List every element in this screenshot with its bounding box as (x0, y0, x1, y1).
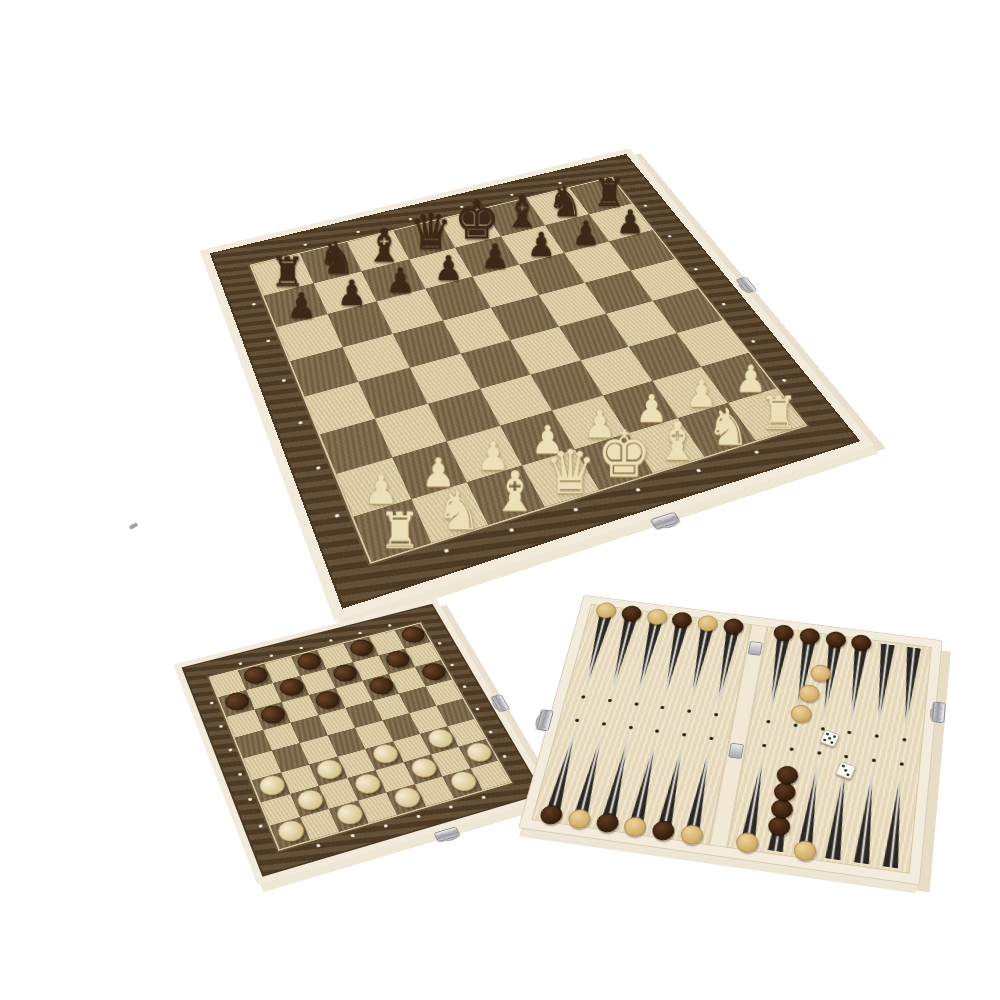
product-photo-stage: ♜♞♝♛♚♝♞♜♟♟♟♟♟♟♟♟♟♟♟♟♟♟♟♟♜♞♝♛♚♝♞♜ (0, 0, 1000, 1000)
backgammon-checker-dark[interactable] (650, 820, 676, 842)
point-dot (581, 696, 585, 700)
chess-piece-pawn-dark[interactable]: ♟ (616, 208, 644, 237)
frame-pin (443, 549, 449, 553)
frame-pin (695, 469, 701, 473)
backgammon-case (518, 595, 943, 885)
frame-pin (239, 662, 243, 665)
frame-pin (475, 707, 480, 710)
checkers-frame (182, 604, 544, 877)
frame-pin (754, 450, 760, 454)
backgammon-scene (515, 565, 965, 895)
frame-pin (329, 639, 333, 642)
chess-piece-pawn-dark[interactable]: ♟ (286, 290, 316, 322)
frame-pin (750, 340, 755, 343)
frame-pin (721, 303, 726, 306)
point-dot (844, 754, 848, 758)
chess-square[interactable]: ♜ (353, 499, 430, 562)
checkers-scene (160, 578, 550, 878)
point-dot (682, 733, 686, 737)
backgammon-checker-dark[interactable] (773, 624, 796, 642)
chess-piece-queen-light[interactable]: ♛ (544, 445, 596, 500)
chess-piece-pawn-dark[interactable]: ♟ (572, 219, 600, 249)
frame-pin (228, 748, 232, 751)
point-dot (714, 713, 718, 717)
backgammon-checker-tan[interactable] (696, 614, 719, 632)
frame-pin (266, 340, 271, 343)
checkers-board (173, 598, 553, 885)
frame-pin (303, 243, 307, 246)
checkers-square[interactable] (226, 710, 262, 738)
point-dot (608, 699, 612, 703)
checkers-square[interactable] (414, 776, 454, 806)
point-dot (793, 724, 797, 728)
frame-pin (356, 230, 360, 233)
clasp-latch (932, 702, 946, 724)
backgammon-checker-tan[interactable] (792, 839, 817, 862)
frame-pin (252, 303, 256, 306)
point-dot (847, 731, 851, 735)
backgammon-checker-dark[interactable] (671, 611, 694, 629)
point-dot (709, 736, 713, 740)
chess-scene: ♜♞♝♛♚♝♞♜♟♟♟♟♟♟♟♟♟♟♟♟♟♟♟♟♜♞♝♛♚♝♞♜ (150, 55, 870, 625)
frame-pin (299, 647, 303, 650)
point-dot (687, 710, 691, 714)
frame-pin (438, 642, 442, 645)
checker-man-light[interactable] (391, 785, 424, 811)
checker-man-dark[interactable] (419, 661, 450, 683)
die[interactable] (819, 729, 840, 747)
checker-man-light[interactable] (463, 740, 496, 764)
frame-pin (509, 528, 515, 532)
point-dot (790, 747, 794, 751)
chess-piece-bishop-light[interactable]: ♝ (654, 418, 700, 466)
point-dot (817, 751, 821, 755)
backgammon-checker-dark[interactable] (824, 630, 846, 649)
frame-pin (316, 844, 321, 848)
frame-pin (383, 824, 388, 828)
chess-piece-king-light[interactable]: ♚ (596, 425, 651, 483)
frame-pin (358, 631, 362, 634)
chess-piece-pawn-dark[interactable]: ♟ (433, 253, 462, 284)
point-dot (899, 762, 903, 766)
checker-man-light[interactable] (256, 773, 288, 798)
chess-piece-pawn-dark[interactable]: ♟ (481, 241, 510, 271)
point-dot (875, 735, 879, 739)
point-dot (602, 722, 607, 726)
frame-pin (335, 514, 340, 518)
backgammon-checker-dark[interactable] (851, 634, 873, 653)
checker-man-light[interactable] (447, 769, 480, 794)
chess-piece-rook-light[interactable]: ♜ (379, 509, 422, 554)
chess-piece-knight-light[interactable]: ♞ (707, 405, 750, 450)
backgammon-checker-tan[interactable] (595, 602, 618, 620)
checker-man-light[interactable] (294, 787, 326, 813)
frame-pin (416, 814, 421, 818)
chess-piece-bishop-light[interactable]: ♝ (491, 468, 538, 518)
photo-artifact-speck (129, 522, 139, 530)
clasp-latch (536, 709, 554, 731)
frame-pin (573, 507, 579, 511)
backgammon-checker-dark[interactable] (799, 627, 821, 645)
frame-pin (238, 773, 242, 777)
backgammon-checker-tan[interactable] (645, 608, 668, 626)
chess-frame: ♜♞♝♛♚♝♞♜♟♟♟♟♟♟♟♟♟♟♟♟♟♟♟♟♜♞♝♛♚♝♞♜ (210, 154, 861, 609)
checkers-square[interactable] (254, 702, 290, 730)
frame-pin (248, 798, 253, 802)
point-dot (660, 706, 664, 710)
point-dot (762, 743, 766, 747)
frame-pin (635, 488, 641, 492)
frame-pin (502, 755, 507, 758)
hinge (748, 641, 763, 656)
frame-pin (782, 379, 787, 382)
frame-pin (258, 824, 263, 828)
backgammon-checker-dark[interactable] (620, 605, 643, 623)
frame-pin (282, 379, 287, 382)
chess-board: ♜♞♝♛♚♝♞♜♟♟♟♟♟♟♟♟♟♟♟♟♟♟♟♟♜♞♝♛♚♝♞♜ (200, 148, 875, 621)
hinge (728, 742, 744, 758)
frame-pin (210, 702, 214, 705)
frame-pin (668, 235, 673, 238)
frame-pin (219, 724, 223, 727)
frame-pin (269, 654, 273, 657)
frame-pin (350, 834, 355, 838)
point-dot (902, 738, 906, 742)
frame-pin (694, 268, 699, 271)
chess-piece-rook-light[interactable]: ♜ (759, 393, 798, 434)
frame-pin (462, 685, 466, 688)
frame-pin (298, 421, 303, 425)
backgammon-checker-tan[interactable] (735, 831, 760, 854)
point-dot (634, 703, 638, 707)
frame-pin (488, 731, 493, 734)
point-dot (628, 725, 632, 729)
checkers-grid (211, 624, 510, 849)
checkers-case (173, 598, 553, 885)
chess-piece-pawn-dark[interactable]: ♟ (336, 278, 366, 309)
backgammon-checker-tan[interactable] (622, 816, 648, 838)
chess-piece-pawn-dark[interactable]: ♟ (527, 230, 555, 260)
chess-grid: ♜♞♝♛♚♝♞♜♟♟♟♟♟♟♟♟♟♟♟♟♟♟♟♟♜♞♝♛♚♝♞♜ (252, 178, 805, 562)
frame-pin (316, 466, 321, 470)
frame-pin (449, 805, 454, 809)
checker-man-light[interactable] (333, 801, 366, 827)
chess-piece-knight-light[interactable]: ♞ (435, 487, 481, 535)
checker-man-dark[interactable] (399, 624, 429, 645)
backgammon-checker-dark[interactable] (767, 816, 792, 838)
checkers-square[interactable] (415, 660, 452, 686)
frame-pin (387, 624, 391, 627)
frame-pin (450, 663, 454, 666)
point-dot (655, 729, 659, 733)
chess-piece-pawn-dark[interactable]: ♟ (385, 265, 414, 296)
backgammon-checker-dark[interactable] (722, 618, 745, 636)
point-dot (766, 720, 770, 724)
point-dot (872, 758, 876, 762)
chess-case: ♜♞♝♛♚♝♞♜♟♟♟♟♟♟♟♟♟♟♟♟♟♟♟♟♜♞♝♛♚♝♞♜ (200, 148, 875, 621)
frame-pin (481, 796, 486, 800)
point-dot (575, 718, 580, 722)
